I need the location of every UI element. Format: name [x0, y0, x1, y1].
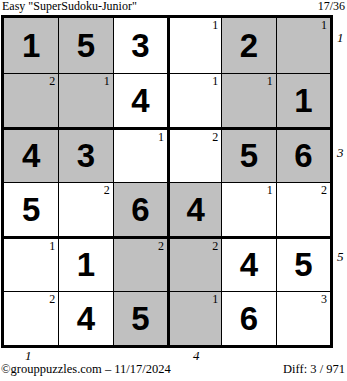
pencil-mark: 2 — [49, 74, 55, 88]
cell-value: 3 — [131, 29, 149, 62]
cell-r4c6[interactable]: 2 — [276, 182, 330, 237]
cell-value: 5 — [77, 29, 95, 62]
cell-r2c2[interactable]: 1 — [58, 73, 112, 128]
cell-value: 3 — [77, 139, 95, 172]
pencil-mark: 1 — [49, 239, 55, 253]
cell-r2c6[interactable]: 1 — [276, 73, 330, 128]
cell-value: 5 — [294, 248, 312, 281]
copyright-text: ©grouppuzzles.com – 11/17/2024 — [1, 362, 171, 377]
cell-r5c1[interactable]: 1 — [4, 236, 58, 291]
cell-r6c3[interactable]: 5 — [113, 291, 167, 346]
difficulty-text: Diff: 3 / 971 — [283, 362, 345, 377]
cell-r3c2[interactable]: 3 — [58, 127, 112, 182]
pencil-mark: 3 — [321, 292, 327, 306]
col-label-1: 1 — [25, 349, 32, 363]
cell-r3c1[interactable]: 4 — [4, 127, 58, 182]
cell-value: 2 — [240, 29, 258, 62]
pencil-mark: 2 — [212, 239, 218, 253]
cell-r6c1[interactable]: 2 — [4, 291, 58, 346]
cell-value: 1 — [294, 84, 312, 117]
cell-r2c1[interactable]: 2 — [4, 73, 58, 128]
cell-value: 1 — [22, 29, 40, 62]
cell-r4c2[interactable]: 2 — [58, 182, 112, 237]
cell-value: 4 — [22, 139, 40, 172]
cell-r2c3[interactable]: 4 — [113, 73, 167, 128]
cell-value: 6 — [240, 302, 258, 335]
pencil-mark: 1 — [267, 183, 273, 197]
cell-r1c2[interactable]: 5 — [58, 18, 112, 73]
cell-value: 5 — [22, 193, 40, 226]
cell-r1c5[interactable]: 2 — [221, 18, 275, 73]
cell-r3c4[interactable]: 2 — [167, 127, 221, 182]
cell-r4c5[interactable]: 1 — [221, 182, 275, 237]
cell-r4c4[interactable]: 4 — [167, 182, 221, 237]
cell-r5c3[interactable]: 2 — [113, 236, 167, 291]
cell-r5c2[interactable]: 1 — [58, 236, 112, 291]
cell-value: 5 — [240, 139, 258, 172]
pencil-mark: 1 — [212, 292, 218, 306]
pencil-mark: 1 — [212, 18, 218, 32]
cell-value: 6 — [131, 193, 149, 226]
pencil-mark: 2 — [212, 130, 218, 144]
cell-r6c5[interactable]: 6 — [221, 291, 275, 346]
cell-r4c3[interactable]: 6 — [113, 182, 167, 237]
puzzle-page: Easy "SuperSudoku-Junior" 17/36 15312121… — [0, 0, 347, 381]
pencil-mark: 1 — [158, 130, 164, 144]
pencil-mark: 2 — [321, 183, 327, 197]
cell-r2c5[interactable]: 1 — [221, 73, 275, 128]
cell-r6c6[interactable]: 3 — [276, 291, 330, 346]
puzzle-title: Easy "SuperSudoku-Junior" — [2, 0, 137, 14]
cell-r1c1[interactable]: 1 — [4, 18, 58, 73]
sudoku-board: 153121214111431256526412112245245163 — [1, 15, 333, 348]
cell-value: 5 — [131, 302, 149, 335]
pencil-mark: 2 — [158, 239, 164, 253]
cell-value: 4 — [240, 248, 258, 281]
cell-r6c2[interactable]: 4 — [58, 291, 112, 346]
cell-r1c4[interactable]: 1 — [167, 18, 221, 73]
col-label-4: 4 — [193, 349, 200, 363]
cell-r5c4[interactable]: 2 — [167, 236, 221, 291]
row-label-5: 5 — [337, 250, 344, 264]
cell-r1c6[interactable]: 1 — [276, 18, 330, 73]
cell-value: 1 — [77, 248, 95, 281]
cell-r1c3[interactable]: 3 — [113, 18, 167, 73]
cell-r5c6[interactable]: 5 — [276, 236, 330, 291]
cell-r4c1[interactable]: 5 — [4, 182, 58, 237]
row-label-1: 1 — [337, 31, 344, 45]
cell-r5c5[interactable]: 4 — [221, 236, 275, 291]
cell-value: 6 — [294, 139, 312, 172]
cell-value: 4 — [186, 193, 204, 226]
cell-r2c4[interactable]: 1 — [167, 73, 221, 128]
cell-r6c4[interactable]: 1 — [167, 291, 221, 346]
cell-r3c6[interactable]: 6 — [276, 127, 330, 182]
cell-r3c3[interactable]: 1 — [113, 127, 167, 182]
cell-value: 4 — [131, 84, 149, 117]
pencil-mark: 1 — [104, 74, 110, 88]
cell-value: 4 — [77, 302, 95, 335]
row-label-3: 3 — [337, 146, 344, 160]
pencil-mark: 1 — [321, 18, 327, 32]
pencil-mark: 2 — [49, 292, 55, 306]
progress-counter: 17/36 — [318, 0, 345, 14]
pencil-mark: 1 — [212, 74, 218, 88]
cell-r3c5[interactable]: 5 — [221, 127, 275, 182]
pencil-mark: 1 — [267, 74, 273, 88]
pencil-mark: 2 — [104, 183, 110, 197]
